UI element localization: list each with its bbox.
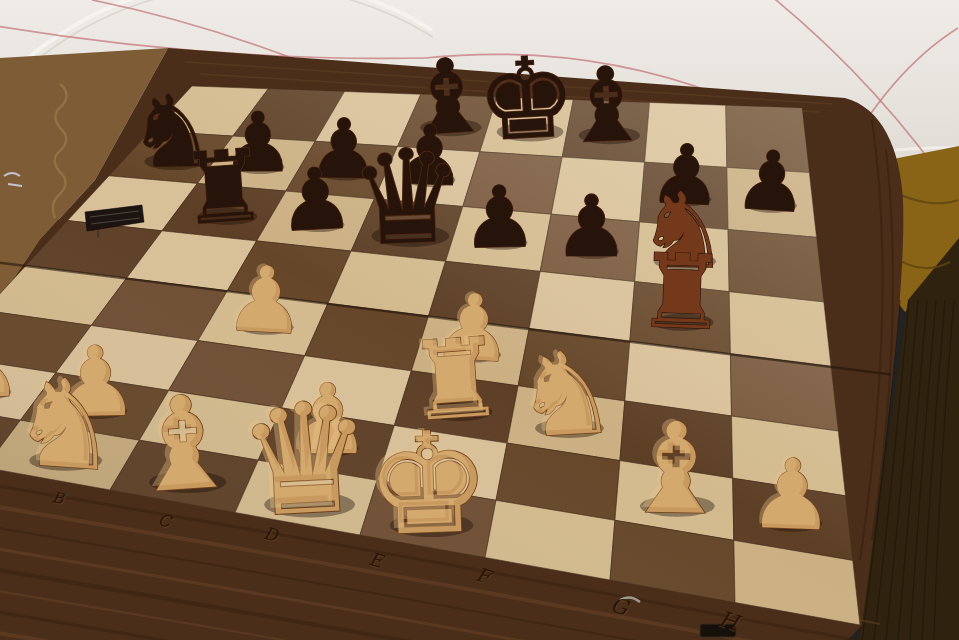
piece-black-rook-g5[interactable]: ♜ [634,231,729,353]
piece-white-pawn-c4[interactable]: ♟ [222,246,309,355]
piece-white-knight-b1[interactable]: ♞ [7,350,125,499]
piece-white-queen-d1[interactable]: ♛ [233,368,378,552]
piece-black-pawn-c6[interactable]: ♟ [275,148,356,251]
piece-white-bishop-c1[interactable]: ♝ [121,366,246,523]
piece-black-pawn-h7[interactable]: ♟ [732,132,812,232]
piece-black-queen-d6[interactable]: ♛ [347,120,468,275]
piece-black-pawn-e6[interactable]: ♟ [461,167,539,267]
piece-white-pawn-h2[interactable]: ♟ [747,437,837,553]
piece-white-knight-f3[interactable]: ♞ [511,325,620,463]
piece-white-bishop-g2[interactable]: ♝ [619,395,733,542]
piece-black-bishop-f8[interactable]: ♝ [558,44,654,166]
piece-black-pawn-f6[interactable]: ♟ [553,177,629,276]
piece-white-king-e1[interactable]: ♚ [363,401,494,567]
board-photo-canvas: BBCCDDEEFFGGHH87♝♚♝♞♟♟♟♟♟♜♟♛♟♟♞♜♟♟♟♟♜♜♞♞… [0,0,959,640]
square-h6[interactable] [728,230,824,302]
piece-black-rook-b6[interactable]: ♜ [176,128,272,248]
chess-photo-scene: Hand-carved wooden folding chess set, mi… [0,0,959,640]
